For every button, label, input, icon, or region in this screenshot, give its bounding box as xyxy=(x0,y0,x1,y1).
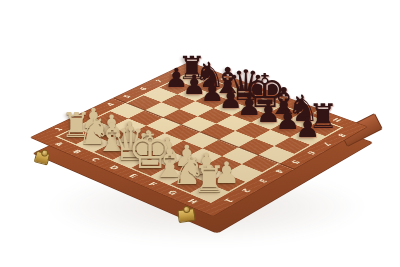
brass-latch-icon xyxy=(34,150,50,165)
brass-latch-icon xyxy=(177,208,196,223)
latch-knob-icon xyxy=(40,149,48,157)
latch-knob-icon xyxy=(183,205,191,213)
product-photo-scene: AABBCCDDEEFFGGHH1122334455667788 ♜♞♝♛♚♝♞… xyxy=(0,0,400,267)
